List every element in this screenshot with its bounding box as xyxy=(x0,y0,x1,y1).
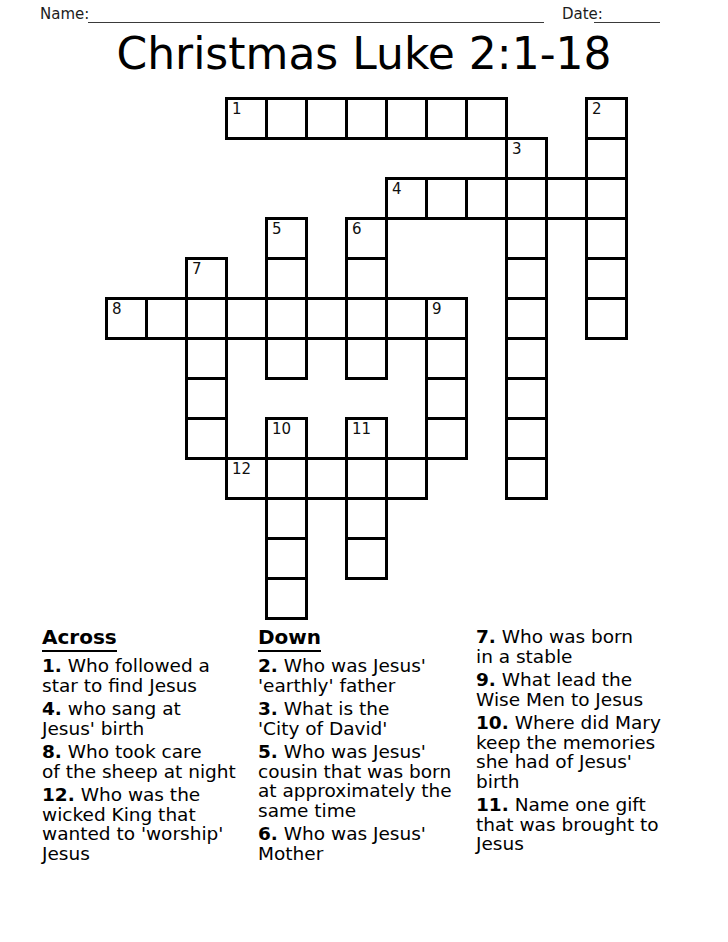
puzzle-title: Christmas Luke 2:1-18 xyxy=(0,28,728,79)
clue-number: 12 xyxy=(232,461,251,477)
clue-list-header: Down xyxy=(258,626,476,648)
clue-number-label: 2. xyxy=(258,655,278,676)
grid-cell[interactable] xyxy=(505,297,548,340)
clue-text: What lead the Wise Men to Jesus xyxy=(476,669,643,710)
clue-text: Who took care of the sheep at night xyxy=(42,741,236,782)
grid-cell[interactable] xyxy=(385,97,428,140)
grid-cell[interactable] xyxy=(545,177,588,220)
grid-cell[interactable] xyxy=(305,97,348,140)
grid-cell[interactable] xyxy=(345,297,388,340)
clue: 4. who sang at Jesus' birth xyxy=(42,699,258,738)
clue-text: Who was born in a stable xyxy=(476,626,633,667)
crossword-grid: 123456789101112 xyxy=(105,97,628,620)
clue-number-label: 6. xyxy=(258,823,278,844)
clue: 5. Who was Jesus' cousin that was born a… xyxy=(258,742,476,820)
grid-cell[interactable] xyxy=(265,257,308,300)
grid-cell[interactable] xyxy=(185,337,228,380)
clue-number: 11 xyxy=(352,421,371,437)
grid-cell[interactable] xyxy=(345,497,388,540)
grid-cell[interactable] xyxy=(505,377,548,420)
grid-cell[interactable] xyxy=(345,537,388,580)
grid-cell[interactable] xyxy=(265,457,308,500)
clue: 11. Name one gift that was brought to Je… xyxy=(476,795,686,854)
grid-cell[interactable]: 1 xyxy=(225,97,268,140)
grid-cell[interactable] xyxy=(385,297,428,340)
name-line[interactable] xyxy=(88,6,544,23)
grid-cell[interactable] xyxy=(265,497,308,540)
grid-cell[interactable] xyxy=(305,297,348,340)
grid-cell[interactable] xyxy=(505,257,548,300)
clue-text: Who was Jesus' 'earthly' father xyxy=(258,655,426,696)
grid-cell[interactable] xyxy=(425,177,468,220)
clue: 12. Who was the wicked King that wanted … xyxy=(42,785,258,863)
clue: 10. Where did Mary keep the memories she… xyxy=(476,713,686,791)
grid-cell[interactable] xyxy=(505,417,548,460)
grid-cell[interactable] xyxy=(505,217,548,260)
clue-number: 1 xyxy=(232,101,242,117)
grid-cell[interactable] xyxy=(305,457,348,500)
grid-cell[interactable] xyxy=(465,97,508,140)
grid-cell[interactable] xyxy=(425,97,468,140)
grid-cell[interactable] xyxy=(145,297,188,340)
clue: 2. Who was Jesus' 'earthly' father xyxy=(258,656,476,695)
grid-cell[interactable] xyxy=(465,177,508,220)
clue-number: 4 xyxy=(392,181,402,197)
grid-cell[interactable] xyxy=(425,417,468,460)
clue: 6. Who was Jesus' Mother xyxy=(258,824,476,863)
clue: 9. What lead the Wise Men to Jesus xyxy=(476,670,686,709)
clue-text: Who followed a star to find Jesus xyxy=(42,655,210,696)
clue: 7. Who was born in a stable xyxy=(476,627,686,666)
clue-number: 10 xyxy=(272,421,291,437)
clue-column: Down2. Who was Jesus' 'earthly' father3.… xyxy=(258,626,476,867)
grid-cell[interactable]: 11 xyxy=(345,417,388,460)
grid-cell[interactable] xyxy=(345,97,388,140)
clue-number-label: 7. xyxy=(476,626,496,647)
clue-number: 9 xyxy=(432,301,442,317)
grid-cell[interactable] xyxy=(505,337,548,380)
grid-cell[interactable] xyxy=(385,457,428,500)
clue-column: 7. Who was born in a stable9. What lead … xyxy=(476,627,686,858)
grid-cell[interactable]: 2 xyxy=(585,97,628,140)
grid-cell[interactable] xyxy=(425,377,468,420)
clue-number-label: 8. xyxy=(42,741,62,762)
clue-number: 6 xyxy=(352,221,362,237)
clue-text: who sang at Jesus' birth xyxy=(42,698,181,739)
grid-cell[interactable] xyxy=(185,417,228,460)
clue-number-label: 10. xyxy=(476,712,509,733)
grid-cell[interactable]: 3 xyxy=(505,137,548,180)
grid-cell[interactable] xyxy=(185,297,228,340)
clue: 8. Who took care of the sheep at night xyxy=(42,742,258,781)
grid-cell[interactable] xyxy=(505,177,548,220)
clue-number-label: 12. xyxy=(42,784,75,805)
grid-cell[interactable]: 4 xyxy=(385,177,428,220)
grid-cell[interactable] xyxy=(585,217,628,260)
clue-number-label: 5. xyxy=(258,741,278,762)
clue-number-label: 4. xyxy=(42,698,62,719)
clue-text: Who was Jesus' Mother xyxy=(258,823,426,864)
grid-cell[interactable] xyxy=(585,297,628,340)
grid-cell[interactable] xyxy=(265,537,308,580)
clue-number: 8 xyxy=(112,301,122,317)
grid-cell[interactable] xyxy=(265,97,308,140)
clue-number: 7 xyxy=(192,261,202,277)
grid-cell[interactable] xyxy=(345,257,388,300)
clue-column: Across1. Who followed a star to find Jes… xyxy=(42,626,258,867)
clue-number-label: 11. xyxy=(476,794,509,815)
clue-text: Who was Jesus' cousin that was born at a… xyxy=(258,741,452,821)
name-label: Name: xyxy=(40,5,89,23)
clue-list-header: Across xyxy=(42,626,258,648)
clue-text: What is the 'City of David' xyxy=(258,698,389,739)
grid-cell[interactable]: 12 xyxy=(225,457,268,500)
clue-number: 5 xyxy=(272,221,282,237)
clue-number-label: 3. xyxy=(258,698,278,719)
clue-number-label: 1. xyxy=(42,655,62,676)
grid-cell[interactable]: 10 xyxy=(265,417,308,460)
clue-number-label: 9. xyxy=(476,669,496,690)
grid-cell[interactable] xyxy=(585,137,628,180)
grid-cell[interactable] xyxy=(505,457,548,500)
grid-cell[interactable] xyxy=(225,297,268,340)
grid-cell[interactable] xyxy=(265,577,308,620)
grid-cell[interactable]: 7 xyxy=(185,257,228,300)
grid-cell[interactable]: 5 xyxy=(265,217,308,260)
grid-cell[interactable] xyxy=(345,457,388,500)
grid-cell[interactable]: 6 xyxy=(345,217,388,260)
grid-cell[interactable] xyxy=(585,257,628,300)
date-line[interactable] xyxy=(594,6,660,23)
grid-cell[interactable] xyxy=(425,337,468,380)
clue: 3. What is the 'City of David' xyxy=(258,699,476,738)
grid-cell[interactable] xyxy=(585,177,628,220)
clue-number: 3 xyxy=(512,141,522,157)
grid-cell[interactable]: 8 xyxy=(105,297,148,340)
clue-number: 2 xyxy=(592,101,602,117)
worksheet-page: Name: Date: Christmas Luke 2:1-18 123456… xyxy=(0,0,728,942)
grid-cell[interactable] xyxy=(345,337,388,380)
grid-cell[interactable] xyxy=(265,297,308,340)
grid-cell[interactable] xyxy=(265,337,308,380)
clue: 1. Who followed a star to find Jesus xyxy=(42,656,258,695)
grid-cell[interactable] xyxy=(185,377,228,420)
grid-cell[interactable]: 9 xyxy=(425,297,468,340)
